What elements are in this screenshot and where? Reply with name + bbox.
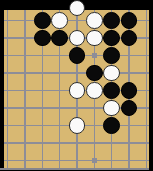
grid-line-horizontal [4,160,149,162]
black-stone [103,12,120,29]
white-stone [51,12,68,29]
white-stone [69,117,86,134]
go-board[interactable] [0,0,153,170]
black-stone [34,30,51,47]
frame-right [149,0,153,170]
white-stone [86,82,103,99]
black-stone [69,47,86,64]
black-stone [103,47,120,64]
black-stone [103,117,120,134]
black-stone [51,30,68,47]
white-stone [86,30,103,47]
grid-line-horizontal [4,72,149,74]
white-stone [69,82,86,99]
board-bottom-edge [0,168,149,171]
frame-left [0,0,4,170]
black-stone [121,12,138,29]
black-stone [121,82,138,99]
white-stone [86,12,103,29]
white-stone [103,65,120,82]
grid-line-horizontal [4,142,149,144]
black-stone [86,65,103,82]
star-point [92,158,97,163]
white-stone [103,100,120,117]
star-point [92,53,97,58]
black-stone [103,82,120,99]
black-stone [34,12,51,29]
black-stone [103,30,120,47]
